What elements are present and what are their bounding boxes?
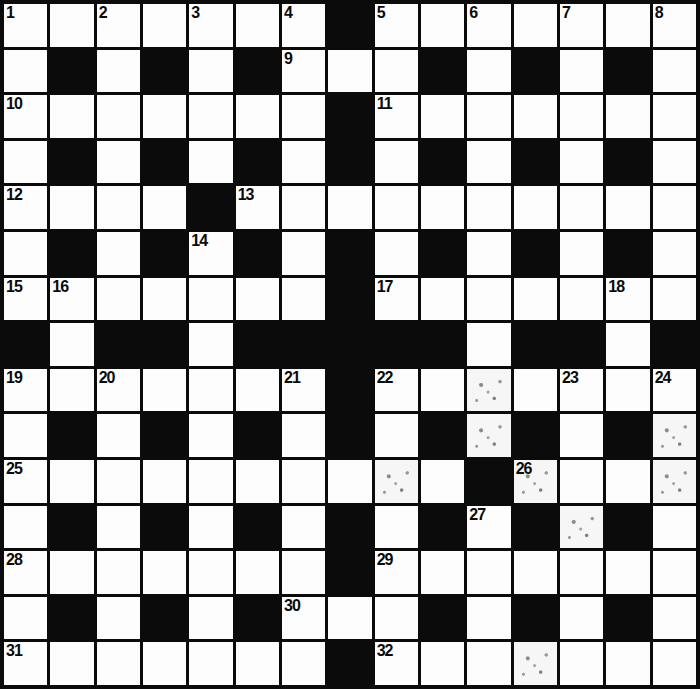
cell-r9c6[interactable]	[282, 414, 325, 457]
black-cell-r11c9	[421, 506, 464, 549]
cell-r13c2[interactable]	[97, 597, 140, 640]
cell-r13c7[interactable]	[328, 597, 371, 640]
cell-r10c5[interactable]	[236, 460, 279, 503]
cell-r6c12[interactable]	[560, 278, 603, 321]
cell-r2c10[interactable]	[467, 95, 510, 138]
cell-r10c8[interactable]	[375, 460, 418, 503]
black-cell-r7c12	[560, 323, 603, 366]
cell-r12c0[interactable]: 28	[4, 551, 47, 594]
clue-number-17: 17	[377, 278, 393, 296]
clue-number-18: 18	[608, 278, 624, 296]
clue-number-20: 20	[99, 369, 115, 387]
cell-r6c0[interactable]: 15	[4, 278, 47, 321]
cell-r3c2[interactable]	[97, 141, 140, 184]
clue-number-19: 19	[6, 369, 22, 387]
clue-number-7: 7	[562, 4, 570, 22]
cell-r0c8[interactable]: 5	[375, 4, 418, 47]
cell-r9c10[interactable]	[467, 414, 510, 457]
black-cell-r7c3	[143, 323, 186, 366]
black-cell-r1c13	[606, 50, 649, 93]
cell-r6c9[interactable]	[421, 278, 464, 321]
cell-r11c0[interactable]	[4, 506, 47, 549]
black-cell-r9c13	[606, 414, 649, 457]
cell-r14c1[interactable]	[50, 642, 93, 685]
cell-r0c14[interactable]: 8	[653, 4, 696, 47]
cell-r4c5[interactable]: 13	[236, 186, 279, 229]
cell-r12c11[interactable]	[514, 551, 557, 594]
cell-r13c6[interactable]: 30	[282, 597, 325, 640]
cell-r0c12[interactable]: 7	[560, 4, 603, 47]
cell-r14c6[interactable]	[282, 642, 325, 685]
cell-r1c6[interactable]: 9	[282, 50, 325, 93]
black-cell-r1c11	[514, 50, 557, 93]
clue-number-13: 13	[238, 186, 254, 204]
cell-r3c8[interactable]	[375, 141, 418, 184]
cell-r12c2[interactable]	[97, 551, 140, 594]
cell-r5c2[interactable]	[97, 232, 140, 275]
cell-r6c8[interactable]: 17	[375, 278, 418, 321]
cell-r7c1[interactable]	[50, 323, 93, 366]
black-cell-r7c5	[236, 323, 279, 366]
cell-r0c11[interactable]	[514, 4, 557, 47]
cell-r3c14[interactable]	[653, 141, 696, 184]
cell-r5c12[interactable]	[560, 232, 603, 275]
cell-r9c8[interactable]	[375, 414, 418, 457]
cell-r8c14[interactable]: 24	[653, 369, 696, 412]
clue-number-11: 11	[377, 95, 392, 113]
cell-r11c6[interactable]	[282, 506, 325, 549]
cell-r7c10[interactable]	[467, 323, 510, 366]
cell-r4c12[interactable]	[560, 186, 603, 229]
cell-r0c10[interactable]: 6	[467, 4, 510, 47]
black-cell-r9c1	[50, 414, 93, 457]
cell-r2c0[interactable]: 10	[4, 95, 47, 138]
black-cell-r3c9	[421, 141, 464, 184]
cell-r5c0[interactable]	[4, 232, 47, 275]
clue-number-4: 4	[284, 4, 292, 22]
cell-r9c12[interactable]	[560, 414, 603, 457]
cell-r2c1[interactable]	[50, 95, 93, 138]
cell-r6c2[interactable]	[97, 278, 140, 321]
cell-r8c6[interactable]: 21	[282, 369, 325, 412]
cell-r3c4[interactable]	[189, 141, 232, 184]
black-cell-r1c3	[143, 50, 186, 93]
cell-r13c12[interactable]	[560, 597, 603, 640]
cell-r10c12[interactable]	[560, 460, 603, 503]
black-cell-r5c9	[421, 232, 464, 275]
clue-number-30: 30	[284, 597, 300, 615]
cell-r2c5[interactable]	[236, 95, 279, 138]
cell-r12c5[interactable]	[236, 551, 279, 594]
cell-r1c8[interactable]	[375, 50, 418, 93]
cell-r0c4[interactable]: 3	[189, 4, 232, 47]
cell-r14c2[interactable]	[97, 642, 140, 685]
cell-r11c8[interactable]	[375, 506, 418, 549]
cell-r14c9[interactable]	[421, 642, 464, 685]
cell-r9c4[interactable]	[189, 414, 232, 457]
black-cell-r13c11	[514, 597, 557, 640]
cell-r12c6[interactable]	[282, 551, 325, 594]
cell-r1c10[interactable]	[467, 50, 510, 93]
black-cell-r7c0	[4, 323, 47, 366]
black-cell-r13c1	[50, 597, 93, 640]
cell-r1c0[interactable]	[4, 50, 47, 93]
cell-r2c4[interactable]	[189, 95, 232, 138]
cell-r10c4[interactable]	[189, 460, 232, 503]
clue-number-22: 22	[377, 369, 393, 387]
cell-r8c8[interactable]: 22	[375, 369, 418, 412]
black-cell-r7c6	[282, 323, 325, 366]
cell-r14c4[interactable]	[189, 642, 232, 685]
black-cell-r4c4	[189, 186, 232, 229]
cell-r8c0[interactable]: 19	[4, 369, 47, 412]
cell-r4c1[interactable]	[50, 186, 93, 229]
black-cell-r6c7	[328, 278, 371, 321]
clue-number-10: 10	[6, 95, 22, 113]
cell-r12c10[interactable]	[467, 551, 510, 594]
cell-r11c10[interactable]: 27	[467, 506, 510, 549]
cell-r8c5[interactable]	[236, 369, 279, 412]
black-cell-r12c7	[328, 551, 371, 594]
black-cell-r3c11	[514, 141, 557, 184]
clue-number-14: 14	[191, 232, 207, 250]
cell-r11c12[interactable]	[560, 506, 603, 549]
cell-r7c4[interactable]	[189, 323, 232, 366]
cell-r10c13[interactable]	[606, 460, 649, 503]
black-cell-r9c3	[143, 414, 186, 457]
clue-number-31: 31	[6, 642, 22, 660]
clue-number-25: 25	[6, 460, 22, 478]
black-cell-r7c9	[421, 323, 464, 366]
cell-r14c10[interactable]	[467, 642, 510, 685]
black-cell-r9c11	[514, 414, 557, 457]
clue-number-3: 3	[191, 4, 199, 22]
cell-r8c3[interactable]	[143, 369, 186, 412]
black-cell-r1c5	[236, 50, 279, 93]
cell-r14c14[interactable]	[653, 642, 696, 685]
clue-number-29: 29	[377, 551, 393, 569]
cell-r4c8[interactable]	[375, 186, 418, 229]
clue-number-16: 16	[52, 278, 68, 296]
cell-r8c12[interactable]: 23	[560, 369, 603, 412]
cell-r0c1[interactable]	[50, 4, 93, 47]
cell-r12c1[interactable]	[50, 551, 93, 594]
cell-r14c12[interactable]	[560, 642, 603, 685]
cell-r8c11[interactable]	[514, 369, 557, 412]
cell-r1c12[interactable]	[560, 50, 603, 93]
cell-r12c13[interactable]	[606, 551, 649, 594]
black-cell-r7c11	[514, 323, 557, 366]
black-cell-r10c10	[467, 460, 510, 503]
cell-r0c6[interactable]: 4	[282, 4, 325, 47]
black-cell-r3c5	[236, 141, 279, 184]
cell-r13c14[interactable]	[653, 597, 696, 640]
black-cell-r5c13	[606, 232, 649, 275]
clue-number-5: 5	[377, 4, 385, 22]
cell-r8c10[interactable]	[467, 369, 510, 412]
cell-r13c10[interactable]	[467, 597, 510, 640]
cell-r4c0[interactable]: 12	[4, 186, 47, 229]
black-cell-r0c7	[328, 4, 371, 47]
cell-r4c9[interactable]	[421, 186, 464, 229]
cell-r3c12[interactable]	[560, 141, 603, 184]
black-cell-r5c5	[236, 232, 279, 275]
cell-r5c8[interactable]	[375, 232, 418, 275]
cell-r5c6[interactable]	[282, 232, 325, 275]
black-cell-r7c2	[97, 323, 140, 366]
cell-r10c1[interactable]	[50, 460, 93, 503]
cell-r6c10[interactable]	[467, 278, 510, 321]
cell-r1c7[interactable]	[328, 50, 371, 93]
cell-r13c4[interactable]	[189, 597, 232, 640]
clue-number-8: 8	[655, 4, 663, 22]
cell-r6c1[interactable]: 16	[50, 278, 93, 321]
cell-r8c13[interactable]	[606, 369, 649, 412]
clue-number-24: 24	[655, 369, 671, 387]
cell-r4c7[interactable]	[328, 186, 371, 229]
clue-number-12: 12	[6, 186, 22, 204]
black-cell-r11c1	[50, 506, 93, 549]
cell-r4c2[interactable]	[97, 186, 140, 229]
cell-r11c14[interactable]	[653, 506, 696, 549]
cell-r12c14[interactable]	[653, 551, 696, 594]
cell-r11c4[interactable]	[189, 506, 232, 549]
cell-r4c6[interactable]	[282, 186, 325, 229]
cell-r5c4[interactable]: 14	[189, 232, 232, 275]
black-cell-r13c3	[143, 597, 186, 640]
black-cell-r5c7	[328, 232, 371, 275]
cell-r10c7[interactable]	[328, 460, 371, 503]
cell-r1c2[interactable]	[97, 50, 140, 93]
cell-r2c14[interactable]	[653, 95, 696, 138]
black-cell-r3c13	[606, 141, 649, 184]
cell-r3c6[interactable]	[282, 141, 325, 184]
cell-r12c9[interactable]	[421, 551, 464, 594]
cell-r14c0[interactable]: 31	[4, 642, 47, 685]
black-cell-r11c11	[514, 506, 557, 549]
clue-number-28: 28	[6, 551, 22, 569]
clue-number-23: 23	[562, 369, 578, 387]
cell-r2c11[interactable]	[514, 95, 557, 138]
black-cell-r9c9	[421, 414, 464, 457]
cell-r10c11[interactable]: 26	[514, 460, 557, 503]
cell-r0c3[interactable]	[143, 4, 186, 47]
cell-r5c14[interactable]	[653, 232, 696, 275]
black-cell-r9c5	[236, 414, 279, 457]
cell-r2c8[interactable]: 11	[375, 95, 418, 138]
cell-r2c9[interactable]	[421, 95, 464, 138]
cell-r2c6[interactable]	[282, 95, 325, 138]
black-cell-r11c13	[606, 506, 649, 549]
cell-r13c8[interactable]	[375, 597, 418, 640]
cell-r9c2[interactable]	[97, 414, 140, 457]
cell-r7c13[interactable]	[606, 323, 649, 366]
black-cell-r13c9	[421, 597, 464, 640]
clue-number-26: 26	[516, 460, 532, 478]
clue-number-15: 15	[6, 278, 22, 296]
cell-r0c9[interactable]	[421, 4, 464, 47]
black-cell-r2c7	[328, 95, 371, 138]
cell-r14c5[interactable]	[236, 642, 279, 685]
clue-number-21: 21	[284, 369, 300, 387]
black-cell-r11c5	[236, 506, 279, 549]
cell-r2c2[interactable]	[97, 95, 140, 138]
clue-number-6: 6	[469, 4, 477, 22]
black-cell-r13c5	[236, 597, 279, 640]
black-cell-r7c7	[328, 323, 371, 366]
cell-r8c2[interactable]: 20	[97, 369, 140, 412]
cell-r10c6[interactable]	[282, 460, 325, 503]
cell-r8c9[interactable]	[421, 369, 464, 412]
black-cell-r3c1	[50, 141, 93, 184]
black-cell-r7c8	[375, 323, 418, 366]
clue-number-32: 32	[377, 642, 393, 660]
cell-r6c13[interactable]: 18	[606, 278, 649, 321]
cell-r4c13[interactable]	[606, 186, 649, 229]
black-cell-r11c3	[143, 506, 186, 549]
cell-r14c13[interactable]	[606, 642, 649, 685]
cell-r0c0[interactable]: 1	[4, 4, 47, 47]
cell-r2c3[interactable]	[143, 95, 186, 138]
black-cell-r1c1	[50, 50, 93, 93]
black-cell-r13c13	[606, 597, 649, 640]
cell-r4c10[interactable]	[467, 186, 510, 229]
cell-r2c12[interactable]	[560, 95, 603, 138]
black-cell-r3c3	[143, 141, 186, 184]
cell-r10c3[interactable]	[143, 460, 186, 503]
black-cell-r5c3	[143, 232, 186, 275]
black-cell-r5c11	[514, 232, 557, 275]
cell-r6c4[interactable]	[189, 278, 232, 321]
cell-r10c0[interactable]: 25	[4, 460, 47, 503]
cell-r10c2[interactable]	[97, 460, 140, 503]
cell-r0c13[interactable]	[606, 4, 649, 47]
crossword-grid: 1234567891011121314151617181920212223242…	[0, 0, 700, 689]
cell-r1c4[interactable]	[189, 50, 232, 93]
black-cell-r11c7	[328, 506, 371, 549]
clue-number-2: 2	[99, 4, 107, 22]
cell-r1c14[interactable]	[653, 50, 696, 93]
black-cell-r9c7	[328, 414, 371, 457]
cell-r4c3[interactable]	[143, 186, 186, 229]
cell-r13c0[interactable]	[4, 597, 47, 640]
cell-r12c4[interactable]	[189, 551, 232, 594]
cell-r6c6[interactable]	[282, 278, 325, 321]
cell-r0c5[interactable]	[236, 4, 279, 47]
cell-r0c2[interactable]: 2	[97, 4, 140, 47]
cell-r8c1[interactable]	[50, 369, 93, 412]
cell-r10c14[interactable]	[653, 460, 696, 503]
cell-r11c2[interactable]	[97, 506, 140, 549]
cell-r12c8[interactable]: 29	[375, 551, 418, 594]
cell-r9c14[interactable]	[653, 414, 696, 457]
cell-r14c8[interactable]: 32	[375, 642, 418, 685]
clue-number-27: 27	[469, 506, 485, 524]
clue-number-9: 9	[284, 50, 292, 68]
cell-r3c10[interactable]	[467, 141, 510, 184]
black-cell-r8c7	[328, 369, 371, 412]
black-cell-r7c14	[653, 323, 696, 366]
black-cell-r1c9	[421, 50, 464, 93]
cell-r14c3[interactable]	[143, 642, 186, 685]
cell-r3c0[interactable]	[4, 141, 47, 184]
cell-r2c13[interactable]	[606, 95, 649, 138]
cell-r12c12[interactable]	[560, 551, 603, 594]
cell-r10c9[interactable]	[421, 460, 464, 503]
cell-r6c3[interactable]	[143, 278, 186, 321]
black-cell-r14c7	[328, 642, 371, 685]
cell-r5c10[interactable]	[467, 232, 510, 275]
cell-r9c0[interactable]	[4, 414, 47, 457]
black-cell-r3c7	[328, 141, 371, 184]
cell-r4c11[interactable]	[514, 186, 557, 229]
cell-r6c5[interactable]	[236, 278, 279, 321]
clue-number-1: 1	[6, 4, 14, 22]
cell-r4c14[interactable]	[653, 186, 696, 229]
cell-r14c11[interactable]	[514, 642, 557, 685]
cell-r6c11[interactable]	[514, 278, 557, 321]
black-cell-r5c1	[50, 232, 93, 275]
cell-r12c3[interactable]	[143, 551, 186, 594]
cell-r8c4[interactable]	[189, 369, 232, 412]
cell-r6c14[interactable]	[653, 278, 696, 321]
